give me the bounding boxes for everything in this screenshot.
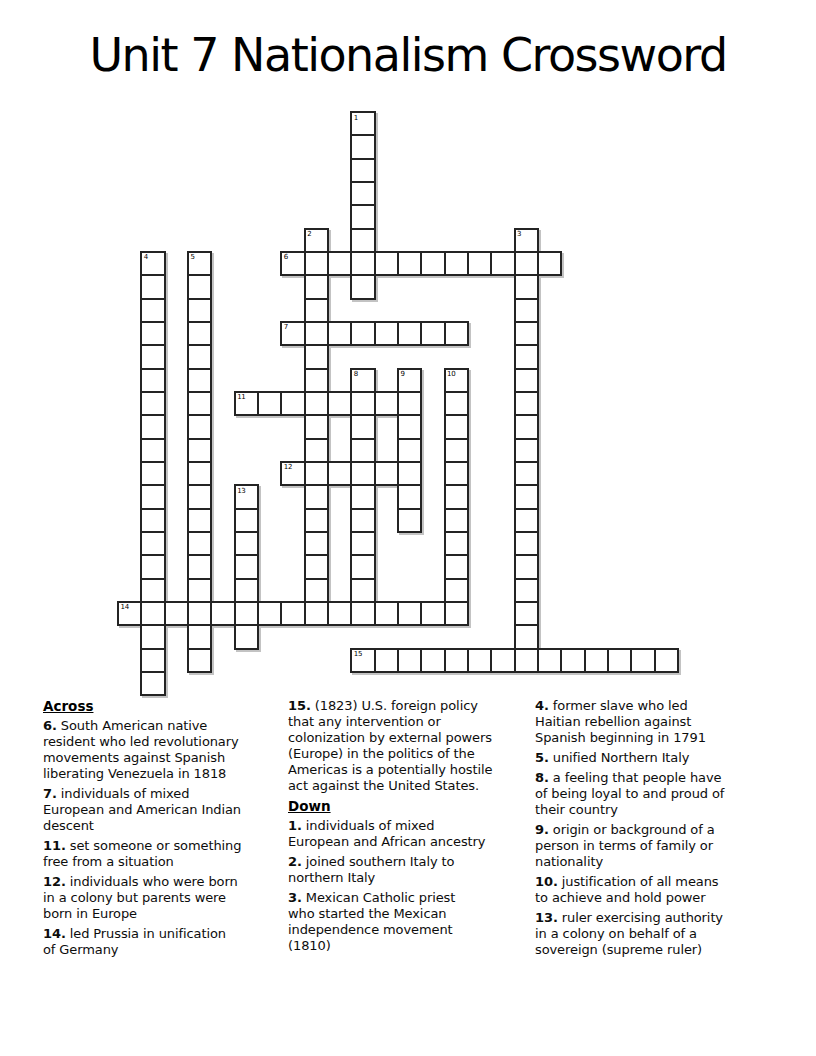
grid-cell[interactable] xyxy=(420,648,445,673)
grid-cell[interactable]: 14 xyxy=(117,601,142,626)
grid-cell[interactable] xyxy=(140,578,165,603)
grid-cell[interactable]: 12 xyxy=(280,461,305,486)
grid-cell[interactable] xyxy=(514,368,539,393)
clue-number: 8. xyxy=(535,770,549,785)
clue-text: individuals who were born in a colony bu… xyxy=(43,874,238,921)
crossword-worksheet: Unit 7 Nationalism Crossword 12345678910… xyxy=(0,0,816,1056)
grid-cell[interactable] xyxy=(374,391,399,416)
grid-cell[interactable] xyxy=(304,508,329,533)
clue-number: 5. xyxy=(535,750,549,765)
grid-cell[interactable] xyxy=(350,438,375,463)
grid-cell[interactable]: 6 xyxy=(280,251,305,276)
grid-cell[interactable] xyxy=(514,274,539,299)
grid-cell[interactable] xyxy=(140,344,165,369)
grid-cell[interactable]: 4 xyxy=(140,251,165,276)
grid-cell[interactable]: 8 xyxy=(350,368,375,393)
clue-1-down: 1. individuals of mixed European and Afr… xyxy=(288,818,528,850)
clue-14-across: 14. led Prussia in unification of German… xyxy=(43,926,289,958)
grid-cell[interactable] xyxy=(140,368,165,393)
grid-cell[interactable] xyxy=(350,321,375,346)
grid-cell[interactable] xyxy=(397,484,422,509)
clue-13-down: 13. ruler exercising authority in a colo… xyxy=(535,910,773,958)
grid-cell[interactable] xyxy=(304,601,329,626)
grid-cell[interactable] xyxy=(140,508,165,533)
grid-cell[interactable] xyxy=(420,251,445,276)
grid-cell[interactable] xyxy=(187,508,212,533)
clue-number: 13. xyxy=(535,910,558,925)
grid-cell[interactable] xyxy=(187,531,212,556)
grid-cell[interactable] xyxy=(537,251,562,276)
grid-cell[interactable] xyxy=(304,438,329,463)
grid-cell[interactable]: 3 xyxy=(514,228,539,253)
grid-cell[interactable] xyxy=(304,414,329,439)
cell-number: 10 xyxy=(447,370,455,378)
cell-number: 8 xyxy=(354,370,358,378)
grid-cell[interactable] xyxy=(374,461,399,486)
grid-cell[interactable] xyxy=(514,624,539,649)
clue-text: individuals of mixed European and Americ… xyxy=(43,786,241,833)
cell-number: 2 xyxy=(307,230,311,238)
grid-cell[interactable] xyxy=(350,134,375,159)
grid-cell[interactable] xyxy=(187,578,212,603)
grid-cell[interactable] xyxy=(304,531,329,556)
grid-cell[interactable] xyxy=(140,298,165,323)
grid-cell[interactable] xyxy=(187,298,212,323)
clue-text: unified Northern Italy xyxy=(549,750,690,765)
grid-cell[interactable] xyxy=(444,391,469,416)
clue-column-3: 4. former slave who led Haitian rebellio… xyxy=(535,698,773,962)
grid-cell[interactable] xyxy=(304,274,329,299)
grid-cell[interactable] xyxy=(560,648,585,673)
grid-cell[interactable] xyxy=(444,508,469,533)
grid-cell[interactable] xyxy=(374,321,399,346)
grid-cell[interactable]: 1 xyxy=(350,111,375,136)
grid-cell[interactable] xyxy=(140,414,165,439)
grid-cell[interactable] xyxy=(140,671,165,696)
grid-cell[interactable] xyxy=(467,648,492,673)
clue-15-across: 15. (1823) U.S. foreign policy that any … xyxy=(288,698,528,794)
grid-cell[interactable] xyxy=(304,484,329,509)
clue-text: (1823) U.S. foreign policy that any inte… xyxy=(288,698,492,793)
grid-cell[interactable] xyxy=(257,601,282,626)
grid-cell[interactable] xyxy=(304,554,329,579)
grid-cell[interactable] xyxy=(374,251,399,276)
grid-cell[interactable] xyxy=(304,578,329,603)
clue-number: 12. xyxy=(43,874,66,889)
clue-text: former slave who led Haitian rebellion a… xyxy=(535,698,706,745)
grid-cell[interactable] xyxy=(304,321,329,346)
grid-cell[interactable] xyxy=(350,578,375,603)
grid-cell[interactable] xyxy=(514,414,539,439)
clue-text: set someone or something free from a sit… xyxy=(43,838,241,869)
clue-text: origin or background of a person in term… xyxy=(535,822,715,869)
cell-number: 11 xyxy=(237,393,245,401)
grid-cell[interactable] xyxy=(140,438,165,463)
grid-cell[interactable] xyxy=(140,461,165,486)
grid-cell[interactable] xyxy=(514,298,539,323)
grid-cell[interactable] xyxy=(164,601,189,626)
grid-cell[interactable] xyxy=(327,391,352,416)
clue-number: 3. xyxy=(288,890,302,905)
grid-cell[interactable] xyxy=(514,578,539,603)
grid-cell[interactable] xyxy=(304,251,329,276)
grid-cell[interactable] xyxy=(350,508,375,533)
grid-cell[interactable]: 13 xyxy=(234,484,259,509)
crossword-grid: 123456789101112131415 xyxy=(0,0,816,700)
grid-cell[interactable] xyxy=(140,601,165,626)
grid-cell[interactable] xyxy=(304,344,329,369)
grid-cell[interactable] xyxy=(140,321,165,346)
grid-cell[interactable] xyxy=(467,251,492,276)
clue-text: a feeling that people have of being loya… xyxy=(535,770,724,817)
clue-3-down: 3. Mexican Catholic priest who started t… xyxy=(288,890,528,954)
grid-cell[interactable] xyxy=(397,438,422,463)
clue-4-down: 4. former slave who led Haitian rebellio… xyxy=(535,698,773,746)
clue-column-1: Across6. South American native resident … xyxy=(43,698,289,962)
grid-cell[interactable]: 7 xyxy=(280,321,305,346)
grid-cell[interactable] xyxy=(420,601,445,626)
grid-cell[interactable] xyxy=(514,531,539,556)
clue-number: 10. xyxy=(535,874,558,889)
clue-7-across: 7. individuals of mixed European and Ame… xyxy=(43,786,289,834)
grid-cell[interactable] xyxy=(397,648,422,673)
grid-cell[interactable] xyxy=(514,438,539,463)
grid-cell[interactable] xyxy=(234,554,259,579)
grid-cell[interactable] xyxy=(350,484,375,509)
cell-number: 1 xyxy=(354,114,358,122)
grid-cell[interactable] xyxy=(374,601,399,626)
grid-cell[interactable] xyxy=(187,391,212,416)
grid-cell[interactable] xyxy=(444,578,469,603)
grid-cell[interactable] xyxy=(584,648,609,673)
cell-number: 12 xyxy=(284,463,292,471)
grid-cell[interactable] xyxy=(514,321,539,346)
grid-cell[interactable] xyxy=(397,461,422,486)
grid-cell[interactable] xyxy=(140,484,165,509)
cell-number: 6 xyxy=(284,253,288,261)
clue-text: justification of all means to achieve an… xyxy=(535,874,718,905)
grid-cell[interactable] xyxy=(444,461,469,486)
grid-cell[interactable] xyxy=(187,438,212,463)
grid-cell[interactable] xyxy=(490,251,515,276)
cell-number: 14 xyxy=(121,603,129,611)
cell-number: 9 xyxy=(400,370,404,378)
grid-cell[interactable] xyxy=(280,601,305,626)
grid-cell[interactable] xyxy=(374,648,399,673)
clue-8-down: 8. a feeling that people have of being l… xyxy=(535,770,773,818)
cell-number: 15 xyxy=(354,650,362,658)
grid-cell[interactable] xyxy=(234,601,259,626)
clue-number: 1. xyxy=(288,818,302,833)
grid-cell[interactable] xyxy=(490,648,515,673)
grid-cell[interactable] xyxy=(350,601,375,626)
grid-cell[interactable] xyxy=(397,414,422,439)
grid-cell[interactable]: 2 xyxy=(304,228,329,253)
clue-12-across: 12. individuals who were born in a colon… xyxy=(43,874,289,922)
clue-number: 9. xyxy=(535,822,549,837)
grid-cell[interactable] xyxy=(140,531,165,556)
grid-cell[interactable] xyxy=(187,321,212,346)
grid-cell[interactable] xyxy=(187,624,212,649)
grid-cell[interactable] xyxy=(444,321,469,346)
grid-cell[interactable] xyxy=(350,228,375,253)
grid-cell[interactable] xyxy=(654,648,679,673)
grid-cell[interactable] xyxy=(234,508,259,533)
clue-5-down: 5. unified Northern Italy xyxy=(535,750,773,766)
grid-cell[interactable] xyxy=(350,274,375,299)
grid-cell[interactable] xyxy=(350,204,375,229)
grid-cell[interactable] xyxy=(187,601,212,626)
grid-cell[interactable] xyxy=(444,601,469,626)
grid-cell[interactable] xyxy=(257,391,282,416)
grid-cell[interactable] xyxy=(444,414,469,439)
grid-cell[interactable] xyxy=(304,368,329,393)
grid-cell[interactable] xyxy=(444,251,469,276)
clue-number: 6. xyxy=(43,718,57,733)
clue-6-across: 6. South American native resident who le… xyxy=(43,718,289,782)
grid-cell[interactable] xyxy=(397,391,422,416)
clue-column-2: 15. (1823) U.S. foreign policy that any … xyxy=(288,698,528,958)
grid-cell[interactable] xyxy=(350,251,375,276)
grid-cell[interactable] xyxy=(327,601,352,626)
grid-cell[interactable] xyxy=(514,508,539,533)
grid-cell[interactable] xyxy=(514,554,539,579)
grid-cell[interactable]: 5 xyxy=(187,251,212,276)
clue-number: 2. xyxy=(288,854,302,869)
grid-cell[interactable] xyxy=(350,414,375,439)
grid-cell[interactable] xyxy=(187,554,212,579)
grid-cell[interactable] xyxy=(607,648,632,673)
grid-cell[interactable] xyxy=(187,648,212,673)
grid-cell[interactable] xyxy=(327,461,352,486)
grid-cell[interactable] xyxy=(140,554,165,579)
grid-cell[interactable] xyxy=(234,531,259,556)
grid-cell[interactable] xyxy=(280,391,305,416)
grid-cell[interactable] xyxy=(327,251,352,276)
grid-cell[interactable] xyxy=(327,321,352,346)
grid-cell[interactable] xyxy=(187,461,212,486)
clue-2-down: 2. joined southern Italy to northern Ita… xyxy=(288,854,528,886)
grid-cell[interactable] xyxy=(140,274,165,299)
grid-cell[interactable] xyxy=(350,391,375,416)
grid-cell[interactable] xyxy=(444,438,469,463)
grid-cell[interactable] xyxy=(397,508,422,533)
grid-cell[interactable] xyxy=(444,648,469,673)
clue-text: individuals of mixed European and Africa… xyxy=(288,818,485,849)
grid-cell[interactable] xyxy=(630,648,655,673)
grid-cell[interactable] xyxy=(397,601,422,626)
grid-cell[interactable] xyxy=(514,484,539,509)
grid-cell[interactable] xyxy=(514,391,539,416)
clue-number: 4. xyxy=(535,698,549,713)
grid-cell[interactable]: 11 xyxy=(234,391,259,416)
grid-cell[interactable] xyxy=(514,601,539,626)
grid-cell[interactable] xyxy=(514,251,539,276)
grid-cell[interactable]: 9 xyxy=(397,368,422,393)
grid-cell[interactable] xyxy=(537,648,562,673)
grid-cell[interactable]: 10 xyxy=(444,368,469,393)
grid-cell[interactable] xyxy=(444,531,469,556)
grid-cell[interactable] xyxy=(350,461,375,486)
clue-number: 11. xyxy=(43,838,66,853)
clue-text: ruler exercising authority in a colony o… xyxy=(535,910,723,957)
grid-cell[interactable] xyxy=(210,601,235,626)
grid-cell[interactable] xyxy=(350,158,375,183)
cell-number: 3 xyxy=(517,230,521,238)
grid-cell[interactable] xyxy=(514,648,539,673)
clue-9-down: 9. origin or background of a person in t… xyxy=(535,822,773,870)
grid-cell[interactable] xyxy=(187,344,212,369)
grid-cell[interactable] xyxy=(444,484,469,509)
cell-number: 7 xyxy=(284,323,288,331)
grid-cell[interactable] xyxy=(350,531,375,556)
grid-cell[interactable]: 15 xyxy=(350,648,375,673)
down-header: Down xyxy=(288,798,528,814)
clue-10-down: 10. justification of all means to achiev… xyxy=(535,874,773,906)
clue-text: joined southern Italy to northern Italy xyxy=(288,854,454,885)
grid-cell[interactable] xyxy=(304,298,329,323)
grid-cell[interactable] xyxy=(304,461,329,486)
grid-cell[interactable] xyxy=(140,391,165,416)
clue-number: 7. xyxy=(43,786,57,801)
grid-cell[interactable] xyxy=(140,648,165,673)
grid-cell[interactable] xyxy=(304,391,329,416)
grid-cell[interactable] xyxy=(234,578,259,603)
clue-text: led Prussia in unification of Germany xyxy=(43,926,226,957)
grid-cell[interactable] xyxy=(514,461,539,486)
grid-cell[interactable] xyxy=(350,554,375,579)
cell-number: 5 xyxy=(190,253,194,261)
across-header: Across xyxy=(43,698,289,714)
grid-cell[interactable] xyxy=(514,344,539,369)
cell-number: 4 xyxy=(144,253,148,261)
clue-11-across: 11. set someone or something free from a… xyxy=(43,838,289,870)
cell-number: 13 xyxy=(237,487,245,495)
clue-number: 15. xyxy=(288,698,311,713)
grid-cell[interactable] xyxy=(444,554,469,579)
clue-text: South American native resident who led r… xyxy=(43,718,239,781)
grid-cell[interactable] xyxy=(187,274,212,299)
grid-cell[interactable] xyxy=(140,624,165,649)
clue-number: 14. xyxy=(43,926,66,941)
grid-cell[interactable] xyxy=(397,251,422,276)
clue-text: Mexican Catholic priest who started the … xyxy=(288,890,455,953)
grid-cell[interactable] xyxy=(187,368,212,393)
grid-cell[interactable] xyxy=(397,321,422,346)
grid-cell[interactable] xyxy=(234,624,259,649)
grid-cell[interactable] xyxy=(350,181,375,206)
grid-cell[interactable] xyxy=(187,484,212,509)
grid-cell[interactable] xyxy=(187,414,212,439)
grid-cell[interactable] xyxy=(420,321,445,346)
